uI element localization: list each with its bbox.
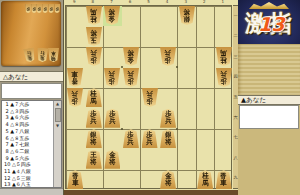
- piece-8e[interactable]: 桂馬: [86, 88, 102, 107]
- piece-6g[interactable]: 歩兵: [123, 129, 139, 148]
- star-point: [176, 66, 178, 68]
- piece-5g[interactable]: 歩兵: [142, 129, 158, 148]
- hand-piece-gote-角行[interactable]: 角行: [37, 48, 48, 62]
- left-panel: 歩歩歩歩歩歩 角行角行飛車 △あなた 1 ▲７六歩 2 △３四歩 3 ▲６六歩 …: [0, 0, 63, 195]
- hand-piece-gote-pawn[interactable]: 歩: [48, 4, 54, 13]
- move-list-row[interactable]: 11 ▲４八銀: [2, 168, 54, 175]
- move-list-rows[interactable]: 1 ▲７六歩 2 △３四歩 3 ▲６六歩 4 △８四歩 5 ▲７八銀 6 △８五…: [2, 101, 54, 187]
- piece-8g[interactable]: 銀将: [86, 129, 102, 148]
- piece-4c[interactable]: 歩兵: [160, 47, 176, 66]
- move-list-row[interactable]: 8 △６二銀: [2, 148, 54, 155]
- piece-8h[interactable]: 王将: [86, 150, 102, 169]
- shogi-board-grid[interactable]: 桂馬金将銀将玉将歩兵金将歩兵桂馬香車歩兵歩兵歩兵歩兵歩兵桂馬歩兵歩兵歩兵銀将歩兵…: [65, 5, 232, 190]
- piece-6d[interactable]: 歩兵: [123, 68, 139, 87]
- move-list-row[interactable]: 12 △５三銀: [2, 175, 54, 182]
- piece-8b[interactable]: 玉将: [86, 27, 102, 46]
- hand-piece-gote-pawn[interactable]: 歩: [31, 4, 37, 13]
- move-list-row[interactable]: 4 △８四歩: [2, 121, 54, 128]
- scroll-down-icon[interactable]: ▼: [54, 123, 61, 129]
- gekisashi-logo: 激指 13: [238, 0, 300, 44]
- piece-1i[interactable]: 香車: [216, 170, 232, 189]
- gote-info-box: [1, 83, 62, 99]
- piece-1c[interactable]: 桂馬: [216, 47, 232, 66]
- sente-player-label: ▲あなた: [238, 95, 300, 105]
- move-list-row[interactable]: 1 ▲７六歩: [2, 101, 54, 108]
- move-list-scrollbar[interactable]: ▲ ▼: [53, 101, 61, 187]
- piece-9e[interactable]: 歩兵: [67, 88, 83, 107]
- move-list-row[interactable]: 10 △５四歩: [2, 161, 54, 168]
- move-list-row[interactable]: 3 ▲６六歩: [2, 114, 54, 121]
- piece-8c[interactable]: 歩兵: [86, 47, 102, 66]
- piece-9d[interactable]: 香車: [67, 68, 83, 87]
- piece-8a[interactable]: 桂馬: [86, 6, 102, 25]
- piece-4f[interactable]: 歩兵: [160, 109, 176, 128]
- piece-2i[interactable]: 桂馬: [197, 170, 213, 189]
- board-bottom-frame: [64, 190, 239, 195]
- hand-piece-gote-角行[interactable]: 角行: [23, 47, 36, 63]
- move-list-row[interactable]: 9 ▲５六歩: [2, 155, 54, 162]
- hand-piece-gote-pawn[interactable]: 歩: [36, 4, 42, 13]
- gote-player-label: △あなた: [0, 71, 63, 82]
- star-point: [121, 66, 123, 68]
- gote-hand-pawns[interactable]: 歩歩歩歩歩歩: [25, 4, 60, 13]
- scrollbar-thumb[interactable]: [55, 108, 61, 122]
- gote-captured-tray[interactable]: 歩歩歩歩歩歩 角行角行飛車: [1, 1, 61, 66]
- piece-7f[interactable]: 歩兵: [104, 109, 120, 128]
- move-list-row[interactable]: 13 ▲６八玉: [2, 181, 54, 187]
- gekisashi-app-window: 歩歩歩歩歩歩 角行角行飛車 △あなた 1 ▲７六歩 2 △３四歩 3 ▲６六歩 …: [0, 0, 300, 195]
- piece-7d[interactable]: 歩兵: [104, 68, 120, 87]
- gote-player-name: △あなた: [3, 73, 28, 81]
- star-point: [121, 128, 123, 130]
- shogi-board[interactable]: 987654321 桂馬金将銀将玉将歩兵金将歩兵桂馬香車歩兵歩兵歩兵歩兵歩兵桂馬…: [63, 0, 238, 195]
- sente-player-name: ▲あなた: [241, 96, 266, 104]
- hand-piece-gote-pawn[interactable]: 歩: [42, 4, 48, 13]
- scroll-up-icon[interactable]: ▲: [54, 101, 61, 107]
- move-list[interactable]: 1 ▲７六歩 2 △３四歩 3 ▲６六歩 4 △８四歩 5 ▲７八銀 6 △８五…: [1, 100, 62, 188]
- move-list-row[interactable]: 6 △８五歩: [2, 135, 54, 142]
- piece-8f[interactable]: 歩兵: [86, 109, 102, 128]
- piece-1d[interactable]: 歩兵: [216, 68, 232, 87]
- hand-piece-gote-飛車[interactable]: 飛車: [48, 48, 59, 62]
- piece-5e[interactable]: 歩兵: [142, 88, 158, 107]
- piece-7h[interactable]: 金将: [104, 150, 120, 169]
- piece-9i[interactable]: 香車: [67, 170, 83, 189]
- left-status-strip: [0, 188, 63, 195]
- piece-4i[interactable]: 金将: [160, 170, 176, 189]
- piece-3a[interactable]: 銀将: [179, 6, 195, 25]
- piece-6c[interactable]: 金将: [123, 47, 139, 66]
- move-list-row[interactable]: 5 ▲７八銀: [2, 128, 54, 135]
- hand-piece-gote-pawn[interactable]: 歩: [54, 4, 60, 13]
- piece-4g[interactable]: 銀将: [160, 129, 176, 148]
- logo-version: 13: [258, 13, 284, 35]
- star-point: [176, 128, 178, 130]
- move-list-row[interactable]: 2 △３四歩: [2, 108, 54, 115]
- hand-piece-gote-pawn[interactable]: 歩: [25, 4, 31, 13]
- sente-info-box: [239, 105, 299, 129]
- gote-hand-large-pieces[interactable]: 角行角行飛車: [1, 47, 61, 63]
- tatami-background: [238, 44, 300, 95]
- move-list-row[interactable]: 7 ▲７七銀: [2, 141, 54, 148]
